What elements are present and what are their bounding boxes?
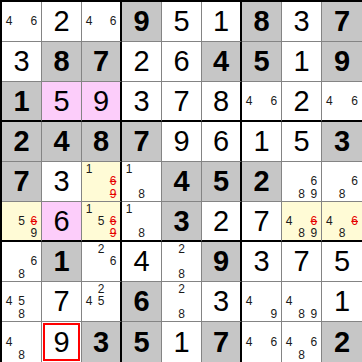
cell-r4c2[interactable]: 4 [42,122,82,162]
cell-r9c1[interactable]: 48 [2,322,42,362]
cell-r7c6[interactable]: 9 [202,242,242,282]
given-digit: 7 [13,167,29,196]
empty-pencil-slot [123,188,135,200]
empty-pencil-slot [255,283,267,295]
candidate-1[interactable]: 1 [83,203,95,215]
candidate-9[interactable]: 9 [308,308,320,320]
candidate-8[interactable]: 8 [135,227,147,239]
candidate-4[interactable]: 4 [243,336,255,349]
empty-pencil-slot [283,283,295,295]
candidate-5[interactable]: 5 [15,295,27,307]
empty-pencil-slot [28,295,40,307]
solved-digit: 1 [334,287,350,316]
pencilmarks: 46 [243,83,280,119]
empty-pencil-slot [148,227,160,239]
cell-r9c7[interactable]: 46 [242,322,282,362]
empty-pencil-slot [295,283,307,295]
solved-digit: 1 [173,328,189,357]
cell-r3c7[interactable]: 46 [242,82,282,122]
empty-pencil-slot [28,28,40,40]
candidate-6[interactable]: 6 [28,15,40,27]
empty-pencil-slot [28,308,40,320]
cell-r2c7[interactable]: 5 [242,42,282,82]
candidate-8[interactable]: 8 [336,227,349,239]
candidate-4[interactable]: 4 [83,15,95,27]
candidate-8[interactable]: 8 [336,188,349,200]
cell-r2c3[interactable]: 7 [82,42,122,82]
cell-r2c6[interactable]: 4 [202,42,242,82]
cell-r6c8[interactable]: 4689 [282,202,322,242]
cell-r4c4[interactable]: 7 [122,122,162,162]
cell-r4c3[interactable]: 8 [82,122,122,162]
empty-pencil-slot [255,323,267,336]
empty-pencil-slot [83,227,95,239]
empty-pencil-slot [268,283,280,295]
candidate-6[interactable]: 6 [308,336,320,349]
candidate-4[interactable]: 4 [323,215,336,227]
candidate-8[interactable]: 8 [295,348,307,361]
empty-pencil-slot [3,227,15,239]
cell-r1c8[interactable]: 3 [282,2,322,42]
empty-pencil-slot [83,215,95,227]
given-digit: 2 [13,127,29,156]
empty-pencil-slot [107,295,119,307]
empty-pencil-slot [107,268,119,280]
cell-r5c4[interactable]: 18 [122,162,162,202]
pencilmarks: 49 [243,283,280,320]
candidate-6[interactable]: 6 [348,175,361,187]
empty-pencil-slot [15,227,27,239]
cell-r3c1[interactable]: 1 [2,82,42,122]
cell-r4c5[interactable]: 9 [162,122,202,162]
solved-digit: 5 [53,87,69,116]
cell-r9c6[interactable]: 7 [202,322,242,362]
solved-digit: 5 [173,7,189,36]
empty-pencil-slot [95,15,107,27]
empty-pencil-slot [3,308,15,320]
cell-r5c2[interactable]: 3 [42,162,82,202]
empty-pencil-slot [348,163,361,175]
empty-pencil-slot [123,227,135,239]
empty-pencil-slot [243,348,255,361]
solved-digit: 1 [253,127,269,156]
cell-r4c9[interactable]: 3 [322,122,362,162]
cell-r2c4[interactable]: 2 [122,42,162,82]
solved-digit: 4 [133,247,149,276]
candidate-2[interactable]: 2 [175,283,187,295]
empty-pencil-slot [163,255,175,267]
cell-r3c2[interactable]: 5 [42,82,82,122]
given-digit: 4 [173,167,189,196]
empty-pencil-slot [135,203,147,215]
empty-pencil-slot [255,348,267,361]
empty-pencil-slot [3,283,15,295]
empty-pencil-slot [336,107,349,119]
cell-r8c8[interactable]: 489 [282,282,322,322]
given-digit: 7 [93,47,109,76]
candidate-1[interactable]: 1 [123,203,135,215]
empty-pencil-slot [295,175,307,187]
empty-pencil-slot [308,163,320,175]
cell-r7c9[interactable]: 5 [322,242,362,282]
given-digit: 4 [213,47,229,76]
candidate-8[interactable]: 8 [295,227,307,239]
candidate-4[interactable]: 4 [283,215,295,227]
empty-pencil-slot [255,95,267,107]
given-digit: 9 [133,7,149,36]
cell-r6c4[interactable]: 18 [122,202,162,242]
empty-pencil-slot [336,203,349,215]
given-digit: 6 [133,287,149,316]
cell-r2c5[interactable]: 6 [162,42,202,82]
given-digit: 7 [213,328,229,357]
cell-r3c6[interactable]: 8 [202,82,242,122]
candidate-9[interactable]: 9 [268,308,280,320]
empty-pencil-slot [28,336,40,349]
empty-pencil-slot [308,323,320,336]
solved-digit: 6 [53,207,69,236]
cell-r1c7[interactable]: 8 [242,2,282,42]
cell-r1c2[interactable]: 2 [42,2,82,42]
cell-r1c1[interactable]: 46 [2,2,42,42]
empty-pencil-slot [283,348,295,361]
empty-pencil-slot [3,255,15,267]
pencilmarks: 48 [3,323,40,361]
cell-r7c5[interactable]: 28 [162,242,202,282]
empty-pencil-slot [148,175,160,187]
empty-pencil-slot [283,163,295,175]
pencilmarks: 46 [243,323,280,361]
cell-r7c3[interactable]: 26 [82,242,122,282]
candidate-8[interactable]: 8 [15,308,27,320]
cell-r3c8[interactable]: 2 [282,82,322,122]
candidate-4[interactable]: 4 [243,295,255,307]
given-digit: 3 [334,127,350,156]
empty-pencil-slot [95,227,107,239]
cell-r7c4[interactable]: 4 [122,242,162,282]
empty-pencil-slot [308,348,320,361]
pencilmarks: 489 [283,283,320,320]
cell-r7c8[interactable]: 7 [282,242,322,282]
empty-pencil-slot [323,188,336,200]
cell-r8c3[interactable]: 245 [82,282,122,322]
solved-digit: 7 [173,87,189,116]
empty-pencil-slot [123,215,135,227]
given-digit: 7 [133,127,149,156]
empty-pencil-slot [268,323,280,336]
cell-r4c7[interactable]: 1 [242,122,282,162]
cell-r1c5[interactable]: 5 [162,2,202,42]
candidate-8[interactable]: 8 [135,188,147,200]
cell-r6c3[interactable]: 1569 [82,202,122,242]
candidate-4[interactable]: 4 [3,15,15,27]
cell-r8c7[interactable]: 49 [242,282,282,322]
empty-pencil-slot [336,163,349,175]
empty-pencil-slot [243,323,255,336]
cell-r7c2[interactable]: 1 [42,242,82,282]
solved-digit: 3 [293,7,309,36]
cell-r9c5[interactable]: 1 [162,322,202,362]
candidate-2[interactable]: 2 [95,283,107,295]
empty-pencil-slot [295,295,307,307]
empty-pencil-slot [295,163,307,175]
empty-pencil-slot [3,203,15,215]
cell-r2c2[interactable]: 8 [42,42,82,82]
empty-pencil-slot [3,268,15,280]
candidate-4[interactable]: 4 [3,295,15,307]
empty-pencil-slot [243,283,255,295]
candidate-6-struck[interactable]: 6 [348,215,361,227]
empty-pencil-slot [15,283,27,295]
empty-pencil-slot [95,3,107,15]
cell-r9c9[interactable]: 2 [322,322,362,362]
solved-digit: 6 [213,127,229,156]
cell-r5c8[interactable]: 689 [282,162,322,202]
cell-r3c5[interactable]: 7 [162,82,202,122]
candidate-6[interactable]: 6 [28,255,40,267]
given-digit: 4 [53,127,69,156]
solved-digit: 8 [213,87,229,116]
solved-digit: 7 [293,247,309,276]
pencilmarks: 468 [283,323,320,361]
candidate-9[interactable]: 9 [308,227,320,239]
empty-pencil-slot [283,323,295,336]
empty-pencil-slot [323,107,336,119]
cell-r9c8[interactable]: 468 [282,322,322,362]
candidate-1[interactable]: 1 [123,163,135,175]
solved-digit: 7 [253,207,269,236]
empty-pencil-slot [15,15,27,27]
candidate-8[interactable]: 8 [15,348,27,361]
cell-r9c3[interactable]: 3 [82,322,122,362]
empty-pencil-slot [83,3,95,15]
cell-r1c6[interactable]: 1 [202,2,242,42]
cell-r2c9[interactable]: 9 [322,42,362,82]
candidate-6[interactable]: 6 [268,95,280,107]
candidate-8[interactable]: 8 [175,268,187,280]
cell-r4c1[interactable]: 2 [2,122,42,162]
cell-r6c2[interactable]: 6 [42,202,82,242]
candidate-8[interactable]: 8 [295,188,307,200]
cell-r3c4[interactable]: 3 [122,82,162,122]
solved-digit: 1 [213,7,229,36]
empty-pencil-slot [3,323,15,336]
solved-digit: 2 [53,7,69,36]
empty-pencil-slot [83,283,95,295]
candidate-9-struck[interactable]: 9 [107,227,119,239]
cell-r7c1[interactable]: 68 [2,242,42,282]
cell-r8c1[interactable]: 458 [2,282,42,322]
cell-r7c7[interactable]: 3 [242,242,282,282]
candidate-2[interactable]: 2 [95,243,107,255]
empty-pencil-slot [83,188,95,200]
candidate-6[interactable]: 6 [107,15,119,27]
empty-pencil-slot [148,203,160,215]
empty-pencil-slot [268,107,280,119]
cell-r8c9[interactable]: 1 [322,282,362,322]
candidate-6-struck[interactable]: 6 [107,175,119,187]
given-digit: 5 [253,47,269,76]
candidate-6[interactable]: 6 [308,175,320,187]
candidate-4[interactable]: 4 [323,95,336,107]
cell-r5c5[interactable]: 4 [162,162,202,202]
candidate-4[interactable]: 4 [243,95,255,107]
empty-pencil-slot [107,283,119,295]
empty-pencil-slot [3,348,15,361]
empty-pencil-slot [163,283,175,295]
candidate-9[interactable]: 9 [28,227,40,239]
empty-pencil-slot [83,255,95,267]
empty-pencil-slot [163,295,175,307]
given-digit: 3 [93,328,109,357]
pencilmarks: 1569 [83,203,119,239]
solved-digit: 9 [93,87,109,116]
given-digit: 8 [53,47,69,76]
given-digit: 7 [334,7,350,36]
pencilmarks: 4689 [283,203,320,239]
cell-r3c9[interactable]: 46 [322,82,362,122]
solved-digit: 3 [133,87,149,116]
empty-pencil-slot [107,308,119,320]
empty-pencil-slot [28,268,40,280]
candidate-4[interactable]: 4 [283,295,295,307]
candidate-6[interactable]: 6 [268,336,280,349]
solved-digit: 5 [293,127,309,156]
solved-digit: 3 [13,47,29,76]
cell-r3c3[interactable]: 9 [82,82,122,122]
given-digit: 9 [334,47,350,76]
empty-pencil-slot [188,308,200,320]
empty-pencil-slot [348,107,361,119]
empty-pencil-slot [188,295,200,307]
pencilmarks: 28 [163,283,200,320]
empty-pencil-slot [148,188,160,200]
empty-pencil-slot [3,215,15,227]
candidate-2[interactable]: 2 [175,243,187,255]
empty-pencil-slot [28,348,40,361]
solved-digit: 3 [53,167,69,196]
candidate-8[interactable]: 8 [295,308,307,320]
candidate-5[interactable]: 5 [15,215,27,227]
cell-r6c6[interactable]: 2 [202,202,242,242]
empty-pencil-slot [83,28,95,40]
solved-digit: 9 [53,328,69,357]
empty-pencil-slot [95,163,107,175]
candidate-6[interactable]: 6 [348,95,361,107]
given-digit: 5 [213,167,229,196]
given-digit: 2 [253,167,269,196]
cell-r5c1[interactable]: 7 [2,162,42,202]
candidate-4[interactable]: 4 [3,336,15,349]
cell-r1c9[interactable]: 7 [322,2,362,42]
empty-pencil-slot [15,243,27,255]
candidate-4[interactable]: 4 [283,336,295,349]
cell-r4c8[interactable]: 5 [282,122,322,162]
given-digit: 3 [173,207,189,236]
candidate-9-struck[interactable]: 9 [107,188,119,200]
given-digit: 8 [93,127,109,156]
empty-pencil-slot [348,227,361,239]
empty-pencil-slot [148,163,160,175]
cell-r6c9[interactable]: 468 [322,202,362,242]
candidate-8[interactable]: 8 [175,308,187,320]
empty-pencil-slot [255,295,267,307]
empty-pencil-slot [135,163,147,175]
empty-pencil-slot [3,28,15,40]
cell-r4c6[interactable]: 6 [202,122,242,162]
candidate-1[interactable]: 1 [83,163,95,175]
empty-pencil-slot [107,243,119,255]
empty-pencil-slot [95,268,107,280]
empty-pencil-slot [243,107,255,119]
empty-pencil-slot [83,268,95,280]
candidate-9[interactable]: 9 [308,188,320,200]
cell-r2c8[interactable]: 1 [282,42,322,82]
pencilmarks: 18 [123,163,160,200]
empty-pencil-slot [323,163,336,175]
empty-pencil-slot [295,336,307,349]
cell-r5c3[interactable]: 169 [82,162,122,202]
pencilmarks: 458 [3,283,40,320]
candidate-5[interactable]: 5 [95,215,107,227]
candidate-5[interactable]: 5 [95,295,107,307]
pencilmarks: 46 [3,3,40,40]
cell-r6c7[interactable]: 7 [242,202,282,242]
cell-r5c9[interactable]: 68 [322,162,362,202]
empty-pencil-slot [283,175,295,187]
cell-r8c6[interactable]: 3 [202,282,242,322]
solved-digit: 2 [293,87,309,116]
empty-pencil-slot [268,348,280,361]
given-digit: 1 [13,87,29,116]
candidate-6[interactable]: 6 [107,255,119,267]
empty-pencil-slot [15,255,27,267]
cell-r1c4[interactable]: 9 [122,2,162,42]
cell-r5c6[interactable]: 5 [202,162,242,202]
empty-pencil-slot [95,255,107,267]
empty-pencil-slot [107,163,119,175]
empty-pencil-slot [336,83,349,95]
cell-r5c7[interactable]: 2 [242,162,282,202]
cell-r6c5[interactable]: 3 [162,202,202,242]
empty-pencil-slot [95,308,107,320]
empty-pencil-slot [175,255,187,267]
cell-r9c2[interactable]: 9 [42,322,82,362]
cell-r9c4[interactable]: 5 [122,322,162,362]
empty-pencil-slot [323,175,336,187]
cell-r8c4[interactable]: 6 [122,282,162,322]
candidate-8[interactable]: 8 [15,268,27,280]
empty-pencil-slot [188,255,200,267]
cell-r2c1[interactable]: 3 [2,42,42,82]
given-digit: 1 [53,247,69,276]
empty-pencil-slot [255,308,267,320]
cell-r8c2[interactable]: 7 [42,282,82,322]
empty-pencil-slot [283,308,295,320]
candidate-4[interactable]: 4 [83,295,95,307]
pencilmarks: 689 [283,163,320,200]
pencilmarks: 46 [83,3,119,40]
empty-pencil-slot [83,175,95,187]
cell-r1c3[interactable]: 46 [82,2,122,42]
empty-pencil-slot [323,227,336,239]
pencilmarks: 26 [83,243,119,280]
empty-pencil-slot [336,175,349,187]
pencilmarks: 68 [323,163,361,200]
cell-r8c5[interactable]: 28 [162,282,202,322]
cell-r6c1[interactable]: 569 [2,202,42,242]
given-digit: 9 [213,247,229,276]
